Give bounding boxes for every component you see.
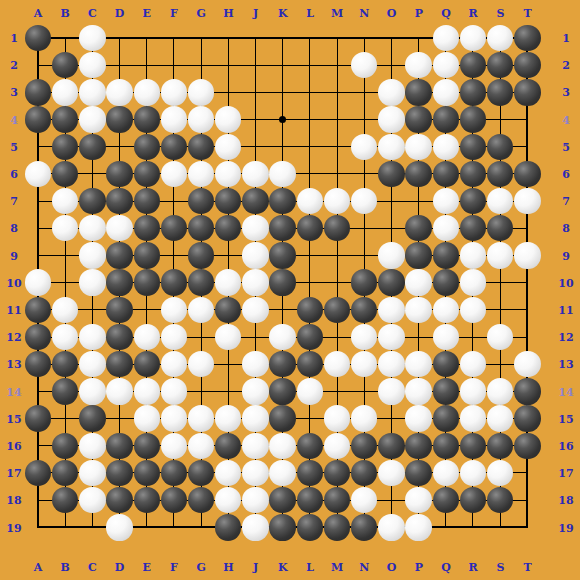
intersection-C12[interactable] bbox=[79, 323, 106, 350]
intersection-S5[interactable] bbox=[487, 133, 514, 160]
intersection-M12[interactable] bbox=[323, 323, 350, 350]
intersection-P2[interactable] bbox=[405, 52, 432, 79]
intersection-B6[interactable] bbox=[52, 160, 79, 187]
intersection-M1[interactable] bbox=[323, 24, 350, 51]
intersection-O14[interactable] bbox=[378, 378, 405, 405]
intersection-G18[interactable] bbox=[188, 487, 215, 514]
intersection-A13[interactable] bbox=[24, 351, 51, 378]
intersection-H18[interactable] bbox=[215, 487, 242, 514]
intersection-O18[interactable] bbox=[378, 487, 405, 514]
intersection-O12[interactable] bbox=[378, 323, 405, 350]
intersection-O6[interactable] bbox=[378, 160, 405, 187]
intersection-M7[interactable] bbox=[323, 188, 350, 215]
intersection-M3[interactable] bbox=[323, 79, 350, 106]
intersection-G4[interactable] bbox=[188, 106, 215, 133]
intersection-D18[interactable] bbox=[106, 487, 133, 514]
intersection-A15[interactable] bbox=[24, 405, 51, 432]
intersection-R2[interactable] bbox=[459, 52, 486, 79]
intersection-H13[interactable] bbox=[215, 351, 242, 378]
intersection-M6[interactable] bbox=[323, 160, 350, 187]
intersection-B15[interactable] bbox=[52, 405, 79, 432]
intersection-B10[interactable] bbox=[52, 269, 79, 296]
intersection-C13[interactable] bbox=[79, 351, 106, 378]
intersection-H12[interactable] bbox=[215, 323, 242, 350]
intersection-G14[interactable] bbox=[188, 378, 215, 405]
intersection-J7[interactable] bbox=[242, 188, 269, 215]
intersection-H6[interactable] bbox=[215, 160, 242, 187]
intersection-E9[interactable] bbox=[133, 242, 160, 269]
intersection-C15[interactable] bbox=[79, 405, 106, 432]
intersection-C16[interactable] bbox=[79, 432, 106, 459]
intersection-N15[interactable] bbox=[351, 405, 378, 432]
intersection-H7[interactable] bbox=[215, 188, 242, 215]
intersection-B13[interactable] bbox=[52, 351, 79, 378]
intersection-D14[interactable] bbox=[106, 378, 133, 405]
intersection-F5[interactable] bbox=[160, 133, 187, 160]
intersection-O19[interactable] bbox=[378, 514, 405, 541]
intersection-E15[interactable] bbox=[133, 405, 160, 432]
intersection-M19[interactable] bbox=[323, 514, 350, 541]
intersection-D1[interactable] bbox=[106, 24, 133, 51]
intersection-T13[interactable] bbox=[514, 351, 541, 378]
intersection-J5[interactable] bbox=[242, 133, 269, 160]
intersection-P7[interactable] bbox=[405, 188, 432, 215]
intersection-G8[interactable] bbox=[188, 215, 215, 242]
intersection-L1[interactable] bbox=[296, 24, 323, 51]
intersection-S19[interactable] bbox=[487, 514, 514, 541]
intersection-P18[interactable] bbox=[405, 487, 432, 514]
intersection-F14[interactable] bbox=[160, 378, 187, 405]
intersection-Q13[interactable] bbox=[432, 351, 459, 378]
intersection-N9[interactable] bbox=[351, 242, 378, 269]
intersection-A14[interactable] bbox=[24, 378, 51, 405]
intersection-F16[interactable] bbox=[160, 432, 187, 459]
intersection-E7[interactable] bbox=[133, 188, 160, 215]
intersection-B5[interactable] bbox=[52, 133, 79, 160]
intersection-S10[interactable] bbox=[487, 269, 514, 296]
intersection-T16[interactable] bbox=[514, 432, 541, 459]
intersection-G1[interactable] bbox=[188, 24, 215, 51]
intersection-R1[interactable] bbox=[459, 24, 486, 51]
intersection-A3[interactable] bbox=[24, 79, 51, 106]
intersection-Q15[interactable] bbox=[432, 405, 459, 432]
intersection-H10[interactable] bbox=[215, 269, 242, 296]
intersection-N16[interactable] bbox=[351, 432, 378, 459]
intersection-D10[interactable] bbox=[106, 269, 133, 296]
intersection-K3[interactable] bbox=[269, 79, 296, 106]
intersection-K17[interactable] bbox=[269, 459, 296, 486]
intersection-S16[interactable] bbox=[487, 432, 514, 459]
intersection-G7[interactable] bbox=[188, 188, 215, 215]
intersection-M17[interactable] bbox=[323, 459, 350, 486]
intersection-R19[interactable] bbox=[459, 514, 486, 541]
intersection-M4[interactable] bbox=[323, 106, 350, 133]
intersection-R15[interactable] bbox=[459, 405, 486, 432]
intersection-D16[interactable] bbox=[106, 432, 133, 459]
intersection-O8[interactable] bbox=[378, 215, 405, 242]
intersection-D17[interactable] bbox=[106, 459, 133, 486]
intersection-T11[interactable] bbox=[514, 296, 541, 323]
intersection-E10[interactable] bbox=[133, 269, 160, 296]
intersection-L15[interactable] bbox=[296, 405, 323, 432]
intersection-J10[interactable] bbox=[242, 269, 269, 296]
intersection-N18[interactable] bbox=[351, 487, 378, 514]
intersection-Q10[interactable] bbox=[432, 269, 459, 296]
intersection-A17[interactable] bbox=[24, 459, 51, 486]
intersection-T9[interactable] bbox=[514, 242, 541, 269]
intersection-E6[interactable] bbox=[133, 160, 160, 187]
intersection-G17[interactable] bbox=[188, 459, 215, 486]
intersection-H16[interactable] bbox=[215, 432, 242, 459]
intersection-C2[interactable] bbox=[79, 52, 106, 79]
intersection-D4[interactable] bbox=[106, 106, 133, 133]
intersection-F7[interactable] bbox=[160, 188, 187, 215]
intersection-H11[interactable] bbox=[215, 296, 242, 323]
intersection-G3[interactable] bbox=[188, 79, 215, 106]
intersection-F17[interactable] bbox=[160, 459, 187, 486]
intersection-J12[interactable] bbox=[242, 323, 269, 350]
intersection-D6[interactable] bbox=[106, 160, 133, 187]
intersection-H9[interactable] bbox=[215, 242, 242, 269]
intersection-N14[interactable] bbox=[351, 378, 378, 405]
intersection-C5[interactable] bbox=[79, 133, 106, 160]
intersection-G19[interactable] bbox=[188, 514, 215, 541]
intersection-L16[interactable] bbox=[296, 432, 323, 459]
intersection-C9[interactable] bbox=[79, 242, 106, 269]
intersection-T6[interactable] bbox=[514, 160, 541, 187]
intersection-S4[interactable] bbox=[487, 106, 514, 133]
intersection-L2[interactable] bbox=[296, 52, 323, 79]
intersection-A1[interactable] bbox=[24, 24, 51, 51]
intersection-E2[interactable] bbox=[133, 52, 160, 79]
intersection-J17[interactable] bbox=[242, 459, 269, 486]
intersection-L3[interactable] bbox=[296, 79, 323, 106]
intersection-N11[interactable] bbox=[351, 296, 378, 323]
intersection-A12[interactable] bbox=[24, 323, 51, 350]
intersection-J6[interactable] bbox=[242, 160, 269, 187]
intersection-B17[interactable] bbox=[52, 459, 79, 486]
intersection-C7[interactable] bbox=[79, 188, 106, 215]
intersection-E3[interactable] bbox=[133, 79, 160, 106]
intersection-P12[interactable] bbox=[405, 323, 432, 350]
intersection-A6[interactable] bbox=[24, 160, 51, 187]
intersection-H15[interactable] bbox=[215, 405, 242, 432]
intersection-A19[interactable] bbox=[24, 514, 51, 541]
intersection-T3[interactable] bbox=[514, 79, 541, 106]
intersection-K16[interactable] bbox=[269, 432, 296, 459]
intersection-J11[interactable] bbox=[242, 296, 269, 323]
intersection-O10[interactable] bbox=[378, 269, 405, 296]
intersection-B16[interactable] bbox=[52, 432, 79, 459]
intersection-Q7[interactable] bbox=[432, 188, 459, 215]
intersection-L7[interactable] bbox=[296, 188, 323, 215]
intersection-S18[interactable] bbox=[487, 487, 514, 514]
intersection-B12[interactable] bbox=[52, 323, 79, 350]
intersection-C3[interactable] bbox=[79, 79, 106, 106]
intersection-A7[interactable] bbox=[24, 188, 51, 215]
intersection-N5[interactable] bbox=[351, 133, 378, 160]
intersection-P6[interactable] bbox=[405, 160, 432, 187]
intersection-Q11[interactable] bbox=[432, 296, 459, 323]
intersection-G2[interactable] bbox=[188, 52, 215, 79]
intersection-E4[interactable] bbox=[133, 106, 160, 133]
intersection-O15[interactable] bbox=[378, 405, 405, 432]
intersection-B7[interactable] bbox=[52, 188, 79, 215]
intersection-R10[interactable] bbox=[459, 269, 486, 296]
intersection-B18[interactable] bbox=[52, 487, 79, 514]
intersection-F1[interactable] bbox=[160, 24, 187, 51]
intersection-E11[interactable] bbox=[133, 296, 160, 323]
intersection-O13[interactable] bbox=[378, 351, 405, 378]
intersection-B1[interactable] bbox=[52, 24, 79, 51]
intersection-L6[interactable] bbox=[296, 160, 323, 187]
intersection-O11[interactable] bbox=[378, 296, 405, 323]
intersection-D15[interactable] bbox=[106, 405, 133, 432]
intersection-O4[interactable] bbox=[378, 106, 405, 133]
intersection-Q9[interactable] bbox=[432, 242, 459, 269]
intersection-K1[interactable] bbox=[269, 24, 296, 51]
intersection-L19[interactable] bbox=[296, 514, 323, 541]
intersection-B19[interactable] bbox=[52, 514, 79, 541]
intersection-L18[interactable] bbox=[296, 487, 323, 514]
intersection-N3[interactable] bbox=[351, 79, 378, 106]
intersection-Q2[interactable] bbox=[432, 52, 459, 79]
intersection-M8[interactable] bbox=[323, 215, 350, 242]
intersection-H3[interactable] bbox=[215, 79, 242, 106]
intersection-K9[interactable] bbox=[269, 242, 296, 269]
intersection-J19[interactable] bbox=[242, 514, 269, 541]
intersection-J14[interactable] bbox=[242, 378, 269, 405]
intersection-B11[interactable] bbox=[52, 296, 79, 323]
intersection-T2[interactable] bbox=[514, 52, 541, 79]
intersection-D7[interactable] bbox=[106, 188, 133, 215]
intersection-G12[interactable] bbox=[188, 323, 215, 350]
intersection-C6[interactable] bbox=[79, 160, 106, 187]
intersection-T12[interactable] bbox=[514, 323, 541, 350]
intersection-G6[interactable] bbox=[188, 160, 215, 187]
intersection-Q4[interactable] bbox=[432, 106, 459, 133]
intersection-O9[interactable] bbox=[378, 242, 405, 269]
intersection-R17[interactable] bbox=[459, 459, 486, 486]
intersection-J13[interactable] bbox=[242, 351, 269, 378]
intersection-E18[interactable] bbox=[133, 487, 160, 514]
intersection-P13[interactable] bbox=[405, 351, 432, 378]
intersection-A4[interactable] bbox=[24, 106, 51, 133]
intersection-G16[interactable] bbox=[188, 432, 215, 459]
intersection-T10[interactable] bbox=[514, 269, 541, 296]
intersection-O5[interactable] bbox=[378, 133, 405, 160]
intersection-H2[interactable] bbox=[215, 52, 242, 79]
intersection-N2[interactable] bbox=[351, 52, 378, 79]
intersection-K5[interactable] bbox=[269, 133, 296, 160]
intersection-K13[interactable] bbox=[269, 351, 296, 378]
intersection-D19[interactable] bbox=[106, 514, 133, 541]
intersection-O2[interactable] bbox=[378, 52, 405, 79]
intersection-P10[interactable] bbox=[405, 269, 432, 296]
intersection-E19[interactable] bbox=[133, 514, 160, 541]
intersection-R5[interactable] bbox=[459, 133, 486, 160]
intersection-H14[interactable] bbox=[215, 378, 242, 405]
intersection-B8[interactable] bbox=[52, 215, 79, 242]
intersection-G10[interactable] bbox=[188, 269, 215, 296]
intersection-T1[interactable] bbox=[514, 24, 541, 51]
intersection-T4[interactable] bbox=[514, 106, 541, 133]
intersection-F3[interactable] bbox=[160, 79, 187, 106]
intersection-K15[interactable] bbox=[269, 405, 296, 432]
intersection-L9[interactable] bbox=[296, 242, 323, 269]
intersection-M13[interactable] bbox=[323, 351, 350, 378]
intersection-B9[interactable] bbox=[52, 242, 79, 269]
intersection-K18[interactable] bbox=[269, 487, 296, 514]
intersection-E12[interactable] bbox=[133, 323, 160, 350]
intersection-Q1[interactable] bbox=[432, 24, 459, 51]
intersection-L8[interactable] bbox=[296, 215, 323, 242]
intersection-M11[interactable] bbox=[323, 296, 350, 323]
intersection-G5[interactable] bbox=[188, 133, 215, 160]
intersection-Q5[interactable] bbox=[432, 133, 459, 160]
intersection-H4[interactable] bbox=[215, 106, 242, 133]
intersection-H17[interactable] bbox=[215, 459, 242, 486]
intersection-M10[interactable] bbox=[323, 269, 350, 296]
intersection-M14[interactable] bbox=[323, 378, 350, 405]
intersection-N19[interactable] bbox=[351, 514, 378, 541]
intersection-J4[interactable] bbox=[242, 106, 269, 133]
intersection-A18[interactable] bbox=[24, 487, 51, 514]
intersection-T18[interactable] bbox=[514, 487, 541, 514]
intersection-L4[interactable] bbox=[296, 106, 323, 133]
intersection-A9[interactable] bbox=[24, 242, 51, 269]
intersection-Q3[interactable] bbox=[432, 79, 459, 106]
intersection-H1[interactable] bbox=[215, 24, 242, 51]
intersection-T7[interactable] bbox=[514, 188, 541, 215]
intersection-S13[interactable] bbox=[487, 351, 514, 378]
intersection-R7[interactable] bbox=[459, 188, 486, 215]
intersection-Q17[interactable] bbox=[432, 459, 459, 486]
intersection-Q12[interactable] bbox=[432, 323, 459, 350]
intersection-K12[interactable] bbox=[269, 323, 296, 350]
intersection-J9[interactable] bbox=[242, 242, 269, 269]
intersection-R6[interactable] bbox=[459, 160, 486, 187]
intersection-T17[interactable] bbox=[514, 459, 541, 486]
intersection-S8[interactable] bbox=[487, 215, 514, 242]
intersection-P17[interactable] bbox=[405, 459, 432, 486]
intersection-P4[interactable] bbox=[405, 106, 432, 133]
intersection-E16[interactable] bbox=[133, 432, 160, 459]
intersection-C17[interactable] bbox=[79, 459, 106, 486]
intersection-N17[interactable] bbox=[351, 459, 378, 486]
intersection-B4[interactable] bbox=[52, 106, 79, 133]
intersection-Q19[interactable] bbox=[432, 514, 459, 541]
intersection-J16[interactable] bbox=[242, 432, 269, 459]
intersection-A16[interactable] bbox=[24, 432, 51, 459]
intersection-M9[interactable] bbox=[323, 242, 350, 269]
intersection-R9[interactable] bbox=[459, 242, 486, 269]
intersection-K6[interactable] bbox=[269, 160, 296, 187]
intersection-P15[interactable] bbox=[405, 405, 432, 432]
intersection-Q8[interactable] bbox=[432, 215, 459, 242]
intersection-P3[interactable] bbox=[405, 79, 432, 106]
intersection-P1[interactable] bbox=[405, 24, 432, 51]
intersection-K14[interactable] bbox=[269, 378, 296, 405]
intersection-K4[interactable] bbox=[269, 106, 296, 133]
intersection-P19[interactable] bbox=[405, 514, 432, 541]
intersection-G11[interactable] bbox=[188, 296, 215, 323]
intersection-O16[interactable] bbox=[378, 432, 405, 459]
intersection-S2[interactable] bbox=[487, 52, 514, 79]
intersection-R16[interactable] bbox=[459, 432, 486, 459]
intersection-F18[interactable] bbox=[160, 487, 187, 514]
intersection-K10[interactable] bbox=[269, 269, 296, 296]
intersection-C10[interactable] bbox=[79, 269, 106, 296]
intersection-P9[interactable] bbox=[405, 242, 432, 269]
intersection-Q18[interactable] bbox=[432, 487, 459, 514]
intersection-C19[interactable] bbox=[79, 514, 106, 541]
intersection-L10[interactable] bbox=[296, 269, 323, 296]
intersection-G9[interactable] bbox=[188, 242, 215, 269]
intersection-N12[interactable] bbox=[351, 323, 378, 350]
intersection-F19[interactable] bbox=[160, 514, 187, 541]
intersection-B3[interactable] bbox=[52, 79, 79, 106]
intersection-L17[interactable] bbox=[296, 459, 323, 486]
intersection-R4[interactable] bbox=[459, 106, 486, 133]
intersection-J2[interactable] bbox=[242, 52, 269, 79]
intersection-N8[interactable] bbox=[351, 215, 378, 242]
intersection-B2[interactable] bbox=[52, 52, 79, 79]
intersection-K19[interactable] bbox=[269, 514, 296, 541]
intersection-L5[interactable] bbox=[296, 133, 323, 160]
intersection-M16[interactable] bbox=[323, 432, 350, 459]
intersection-P16[interactable] bbox=[405, 432, 432, 459]
intersection-H19[interactable] bbox=[215, 514, 242, 541]
intersection-A2[interactable] bbox=[24, 52, 51, 79]
intersection-D13[interactable] bbox=[106, 351, 133, 378]
intersection-R14[interactable] bbox=[459, 378, 486, 405]
intersection-E1[interactable] bbox=[133, 24, 160, 51]
intersection-P11[interactable] bbox=[405, 296, 432, 323]
intersection-N13[interactable] bbox=[351, 351, 378, 378]
intersection-F13[interactable] bbox=[160, 351, 187, 378]
intersection-H5[interactable] bbox=[215, 133, 242, 160]
intersection-T19[interactable] bbox=[514, 514, 541, 541]
intersection-P5[interactable] bbox=[405, 133, 432, 160]
intersection-D11[interactable] bbox=[106, 296, 133, 323]
intersection-D2[interactable] bbox=[106, 52, 133, 79]
intersection-P14[interactable] bbox=[405, 378, 432, 405]
intersection-F2[interactable] bbox=[160, 52, 187, 79]
intersection-E13[interactable] bbox=[133, 351, 160, 378]
intersection-E8[interactable] bbox=[133, 215, 160, 242]
intersection-D9[interactable] bbox=[106, 242, 133, 269]
intersection-J1[interactable] bbox=[242, 24, 269, 51]
intersection-F8[interactable] bbox=[160, 215, 187, 242]
intersection-C8[interactable] bbox=[79, 215, 106, 242]
intersection-K2[interactable] bbox=[269, 52, 296, 79]
intersection-D12[interactable] bbox=[106, 323, 133, 350]
intersection-K11[interactable] bbox=[269, 296, 296, 323]
intersection-S7[interactable] bbox=[487, 188, 514, 215]
intersection-T5[interactable] bbox=[514, 133, 541, 160]
intersection-E14[interactable] bbox=[133, 378, 160, 405]
intersection-S1[interactable] bbox=[487, 24, 514, 51]
intersection-L14[interactable] bbox=[296, 378, 323, 405]
intersection-S6[interactable] bbox=[487, 160, 514, 187]
intersection-N1[interactable] bbox=[351, 24, 378, 51]
intersection-S11[interactable] bbox=[487, 296, 514, 323]
intersection-A8[interactable] bbox=[24, 215, 51, 242]
intersection-D5[interactable] bbox=[106, 133, 133, 160]
intersection-Q16[interactable] bbox=[432, 432, 459, 459]
intersection-G13[interactable] bbox=[188, 351, 215, 378]
